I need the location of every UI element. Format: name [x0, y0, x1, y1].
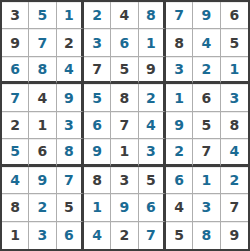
- cell-r8c9[interactable]: 7: [221, 194, 248, 221]
- cell-r3c4[interactable]: 7: [84, 57, 111, 84]
- cell-r2c7[interactable]: 8: [166, 29, 193, 56]
- cell-r1c7[interactable]: 7: [166, 2, 193, 29]
- cell-r3c6[interactable]: 9: [139, 57, 166, 84]
- cell-r2c8[interactable]: 4: [193, 29, 220, 56]
- sudoku-board: 3512487969723618456847593217495821632136…: [0, 0, 250, 251]
- cell-r4c6[interactable]: 2: [139, 84, 166, 111]
- cell-r7c1[interactable]: 4: [2, 167, 29, 194]
- cell-r5c1[interactable]: 2: [2, 112, 29, 139]
- cell-r6c3[interactable]: 8: [57, 139, 84, 166]
- cell-r5c8[interactable]: 5: [193, 112, 220, 139]
- cell-r7c5[interactable]: 3: [111, 167, 138, 194]
- cell-r6c1[interactable]: 5: [2, 139, 29, 166]
- cell-r8c8[interactable]: 3: [193, 194, 220, 221]
- cell-r8c6[interactable]: 6: [139, 194, 166, 221]
- cell-r5c6[interactable]: 4: [139, 112, 166, 139]
- cell-r9c8[interactable]: 8: [193, 222, 220, 249]
- cell-r7c4[interactable]: 8: [84, 167, 111, 194]
- cell-r1c1[interactable]: 3: [2, 2, 29, 29]
- cell-r3c9[interactable]: 1: [221, 57, 248, 84]
- cell-r8c2[interactable]: 2: [29, 194, 56, 221]
- cell-r8c3[interactable]: 5: [57, 194, 84, 221]
- cell-r6c8[interactable]: 7: [193, 139, 220, 166]
- cell-r6c6[interactable]: 3: [139, 139, 166, 166]
- cell-r4c5[interactable]: 8: [111, 84, 138, 111]
- cell-r6c7[interactable]: 2: [166, 139, 193, 166]
- cell-r2c9[interactable]: 5: [221, 29, 248, 56]
- cell-r4c8[interactable]: 6: [193, 84, 220, 111]
- cell-r1c3[interactable]: 1: [57, 2, 84, 29]
- cell-r5c4[interactable]: 6: [84, 112, 111, 139]
- cell-r9c3[interactable]: 6: [57, 222, 84, 249]
- cell-r7c8[interactable]: 1: [193, 167, 220, 194]
- cell-r5c9[interactable]: 8: [221, 112, 248, 139]
- cell-r1c5[interactable]: 4: [111, 2, 138, 29]
- cell-r7c6[interactable]: 5: [139, 167, 166, 194]
- cell-r2c4[interactable]: 3: [84, 29, 111, 56]
- cell-r3c8[interactable]: 2: [193, 57, 220, 84]
- cell-r2c6[interactable]: 1: [139, 29, 166, 56]
- cell-r2c3[interactable]: 2: [57, 29, 84, 56]
- cell-r9c4[interactable]: 4: [84, 222, 111, 249]
- cell-r7c2[interactable]: 9: [29, 167, 56, 194]
- cell-r4c9[interactable]: 3: [221, 84, 248, 111]
- cell-r5c7[interactable]: 9: [166, 112, 193, 139]
- cell-r4c7[interactable]: 1: [166, 84, 193, 111]
- cell-r4c3[interactable]: 9: [57, 84, 84, 111]
- cell-r4c1[interactable]: 7: [2, 84, 29, 111]
- cell-r5c2[interactable]: 1: [29, 112, 56, 139]
- cell-r1c9[interactable]: 6: [221, 2, 248, 29]
- cell-r1c6[interactable]: 8: [139, 2, 166, 29]
- cell-r9c6[interactable]: 7: [139, 222, 166, 249]
- cell-r1c8[interactable]: 9: [193, 2, 220, 29]
- cell-r9c5[interactable]: 2: [111, 222, 138, 249]
- cell-r6c5[interactable]: 1: [111, 139, 138, 166]
- cell-r2c1[interactable]: 9: [2, 29, 29, 56]
- cell-r1c4[interactable]: 2: [84, 2, 111, 29]
- cell-r6c4[interactable]: 9: [84, 139, 111, 166]
- cell-r3c1[interactable]: 6: [2, 57, 29, 84]
- cell-r5c3[interactable]: 3: [57, 112, 84, 139]
- cell-r7c7[interactable]: 6: [166, 167, 193, 194]
- cell-r2c2[interactable]: 7: [29, 29, 56, 56]
- cell-r6c2[interactable]: 6: [29, 139, 56, 166]
- cell-r3c2[interactable]: 8: [29, 57, 56, 84]
- cell-r3c3[interactable]: 4: [57, 57, 84, 84]
- cell-r5c5[interactable]: 7: [111, 112, 138, 139]
- cell-r8c4[interactable]: 1: [84, 194, 111, 221]
- cell-r4c2[interactable]: 4: [29, 84, 56, 111]
- cell-r1c2[interactable]: 5: [29, 2, 56, 29]
- cell-r7c9[interactable]: 2: [221, 167, 248, 194]
- cell-r6c9[interactable]: 4: [221, 139, 248, 166]
- cell-r9c2[interactable]: 3: [29, 222, 56, 249]
- cell-r2c5[interactable]: 6: [111, 29, 138, 56]
- cell-r3c7[interactable]: 3: [166, 57, 193, 84]
- cell-r3c5[interactable]: 5: [111, 57, 138, 84]
- cell-r8c5[interactable]: 9: [111, 194, 138, 221]
- cell-r9c7[interactable]: 5: [166, 222, 193, 249]
- cell-r9c1[interactable]: 1: [2, 222, 29, 249]
- cell-r9c9[interactable]: 9: [221, 222, 248, 249]
- cell-r4c4[interactable]: 5: [84, 84, 111, 111]
- cell-r8c7[interactable]: 4: [166, 194, 193, 221]
- cell-r8c1[interactable]: 8: [2, 194, 29, 221]
- cell-r7c3[interactable]: 7: [57, 167, 84, 194]
